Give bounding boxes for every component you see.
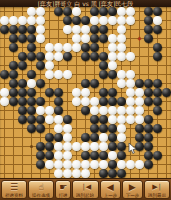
board-point[interactable] [27, 79, 36, 88]
board-point[interactable] [9, 79, 18, 88]
board-point[interactable] [117, 106, 126, 115]
board-point[interactable] [90, 160, 99, 169]
board-point[interactable] [54, 160, 63, 169]
board-point[interactable] [153, 169, 162, 178]
board-point[interactable] [162, 61, 171, 70]
board-point[interactable] [0, 106, 9, 115]
board-point[interactable] [81, 43, 90, 52]
board-point[interactable] [9, 34, 18, 43]
board-point[interactable] [45, 70, 54, 79]
board-point[interactable] [54, 151, 63, 160]
board-point[interactable] [0, 43, 9, 52]
board-point[interactable] [72, 142, 81, 151]
board-point[interactable] [108, 52, 117, 61]
board-point[interactable] [54, 88, 63, 97]
board-point[interactable] [72, 79, 81, 88]
board-point[interactable] [72, 34, 81, 43]
board-point[interactable] [108, 25, 117, 34]
board-point[interactable] [135, 133, 144, 142]
board-point[interactable] [0, 169, 9, 178]
board-point[interactable] [99, 124, 108, 133]
board-point[interactable] [99, 43, 108, 52]
board-point[interactable] [45, 124, 54, 133]
board-point[interactable] [72, 16, 81, 25]
board-point[interactable] [54, 43, 63, 52]
board-point[interactable] [144, 151, 153, 160]
board-point[interactable] [27, 106, 36, 115]
board-point[interactable] [153, 142, 162, 151]
board-point[interactable] [54, 25, 63, 34]
toolbar-button-skip-to-end[interactable]: ▶❘跳到最后 [144, 180, 170, 199]
board-point[interactable] [162, 7, 171, 16]
board-point[interactable] [0, 7, 9, 16]
board-point[interactable] [36, 160, 45, 169]
board-point[interactable] [36, 25, 45, 34]
board-point[interactable] [153, 79, 162, 88]
board-point[interactable] [99, 160, 108, 169]
board-point[interactable] [81, 61, 90, 70]
board-point[interactable] [135, 97, 144, 106]
board-point[interactable] [99, 52, 108, 61]
board-point[interactable] [135, 25, 144, 34]
board-point[interactable] [153, 52, 162, 61]
board-point[interactable] [72, 160, 81, 169]
board-point[interactable] [9, 169, 18, 178]
board-point[interactable] [45, 97, 54, 106]
board-point[interactable] [0, 124, 9, 133]
board-point[interactable] [153, 160, 162, 169]
board-point[interactable] [99, 97, 108, 106]
board-point[interactable] [162, 70, 171, 79]
board-point[interactable] [144, 70, 153, 79]
board-point[interactable] [153, 151, 162, 160]
board-point[interactable] [18, 169, 27, 178]
board-point[interactable] [144, 79, 153, 88]
board-point[interactable] [45, 133, 54, 142]
board-point[interactable] [18, 88, 27, 97]
board-point[interactable] [90, 124, 99, 133]
board-point[interactable] [81, 169, 90, 178]
board-point[interactable] [45, 79, 54, 88]
board-point[interactable] [63, 142, 72, 151]
board-point[interactable] [0, 34, 9, 43]
board-point[interactable] [135, 52, 144, 61]
board-point[interactable] [81, 7, 90, 16]
board-point[interactable] [162, 124, 171, 133]
board-point[interactable] [72, 25, 81, 34]
board-point[interactable] [63, 43, 72, 52]
board-point[interactable] [72, 169, 81, 178]
board-point[interactable] [81, 115, 90, 124]
board-point[interactable] [135, 16, 144, 25]
board-point[interactable] [36, 133, 45, 142]
board-point[interactable] [0, 70, 9, 79]
board-point[interactable] [54, 16, 63, 25]
board-point[interactable] [117, 34, 126, 43]
board-point[interactable] [63, 115, 72, 124]
board-point[interactable] [54, 133, 63, 142]
board-point[interactable] [117, 61, 126, 70]
board-point[interactable] [90, 142, 99, 151]
board-point[interactable] [135, 124, 144, 133]
board-point[interactable] [90, 61, 99, 70]
board-point[interactable] [18, 7, 27, 16]
board-point[interactable] [18, 25, 27, 34]
board-point[interactable] [90, 169, 99, 178]
board-point[interactable] [18, 133, 27, 142]
board-point[interactable] [126, 88, 135, 97]
board-point[interactable] [162, 115, 171, 124]
board-point[interactable] [81, 106, 90, 115]
board-point[interactable] [36, 169, 45, 178]
board-point[interactable] [63, 70, 72, 79]
board-point[interactable] [117, 160, 126, 169]
board-point[interactable] [144, 169, 153, 178]
board-point[interactable] [162, 88, 171, 97]
board-point[interactable] [144, 43, 153, 52]
board-point[interactable] [135, 115, 144, 124]
board-point[interactable] [0, 97, 9, 106]
board-point[interactable] [45, 106, 54, 115]
board-point[interactable] [99, 151, 108, 160]
board-point[interactable] [90, 70, 99, 79]
board-point[interactable] [144, 7, 153, 16]
board-point[interactable] [63, 88, 72, 97]
board-point[interactable] [126, 52, 135, 61]
board-point[interactable] [63, 97, 72, 106]
board-point[interactable] [126, 16, 135, 25]
board-point[interactable] [0, 133, 9, 142]
board-point[interactable] [36, 97, 45, 106]
board-point[interactable] [45, 52, 54, 61]
board-point[interactable] [162, 160, 171, 169]
board-point[interactable] [0, 79, 9, 88]
board-point[interactable] [72, 43, 81, 52]
board-point[interactable] [153, 61, 162, 70]
board-point[interactable] [144, 34, 153, 43]
board-point[interactable] [27, 7, 36, 16]
board-point[interactable] [63, 34, 72, 43]
board-point[interactable] [108, 97, 117, 106]
board-point[interactable] [18, 52, 27, 61]
board-point[interactable] [36, 79, 45, 88]
board-point[interactable] [162, 43, 171, 52]
board-point[interactable] [126, 7, 135, 16]
board-point[interactable] [135, 169, 144, 178]
board-point[interactable] [126, 43, 135, 52]
board-point[interactable] [36, 70, 45, 79]
board-point[interactable] [63, 124, 72, 133]
board-point[interactable] [9, 142, 18, 151]
board-point[interactable] [99, 142, 108, 151]
board-point[interactable] [63, 106, 72, 115]
board-point[interactable] [9, 160, 18, 169]
board-point[interactable] [36, 142, 45, 151]
board-point[interactable] [153, 88, 162, 97]
board-point[interactable] [135, 79, 144, 88]
board-point[interactable] [162, 133, 171, 142]
board-point[interactable] [36, 106, 45, 115]
board-point[interactable] [9, 61, 18, 70]
board-point[interactable] [9, 151, 18, 160]
board-point[interactable] [0, 160, 9, 169]
board-point[interactable] [90, 115, 99, 124]
board-point[interactable] [153, 16, 162, 25]
board-point[interactable] [0, 25, 9, 34]
board-point[interactable] [81, 70, 90, 79]
board-point[interactable] [81, 97, 90, 106]
board-point[interactable] [27, 160, 36, 169]
board-point[interactable] [72, 7, 81, 16]
board-point[interactable] [45, 34, 54, 43]
board-point[interactable] [108, 151, 117, 160]
board-point[interactable] [18, 16, 27, 25]
board-point[interactable] [90, 79, 99, 88]
board-point[interactable] [81, 79, 90, 88]
board-point[interactable] [90, 133, 99, 142]
board-point[interactable] [135, 43, 144, 52]
board-point[interactable] [99, 70, 108, 79]
board-point[interactable] [9, 88, 18, 97]
board-point[interactable] [162, 16, 171, 25]
board-point[interactable] [9, 115, 18, 124]
board-point[interactable] [153, 70, 162, 79]
board-point[interactable] [18, 43, 27, 52]
board-point[interactable] [9, 70, 18, 79]
board-point[interactable] [162, 25, 171, 34]
board-point[interactable] [36, 16, 45, 25]
board-point[interactable] [27, 43, 36, 52]
board-point[interactable] [54, 115, 63, 124]
board-point[interactable] [108, 133, 117, 142]
board-point[interactable] [9, 106, 18, 115]
board-point[interactable] [126, 106, 135, 115]
board-point[interactable] [99, 115, 108, 124]
board-point[interactable] [81, 124, 90, 133]
board-point[interactable] [90, 97, 99, 106]
board-point[interactable] [90, 7, 99, 16]
board-point[interactable] [126, 97, 135, 106]
board-point[interactable] [117, 70, 126, 79]
board-point[interactable] [162, 151, 171, 160]
board-point[interactable] [27, 61, 36, 70]
toolbar-button-hand-point[interactable]: ☝操作选项 [28, 180, 54, 199]
board-point[interactable] [99, 79, 108, 88]
board-point[interactable] [144, 25, 153, 34]
board-point[interactable] [144, 142, 153, 151]
board-point[interactable] [153, 25, 162, 34]
board-point[interactable] [144, 115, 153, 124]
board-point[interactable] [135, 160, 144, 169]
board-point[interactable] [99, 133, 108, 142]
board-point[interactable] [117, 79, 126, 88]
board-point[interactable] [153, 133, 162, 142]
board-point[interactable] [81, 151, 90, 160]
board-point[interactable] [36, 61, 45, 70]
board-point[interactable] [126, 61, 135, 70]
board-point[interactable] [0, 151, 9, 160]
board-point[interactable] [72, 115, 81, 124]
board-point[interactable] [153, 124, 162, 133]
board-point[interactable] [0, 52, 9, 61]
board-point[interactable] [18, 79, 27, 88]
board-point[interactable] [27, 133, 36, 142]
board-point[interactable] [108, 61, 117, 70]
board-point[interactable] [27, 142, 36, 151]
board-point[interactable] [27, 34, 36, 43]
board-point[interactable] [18, 61, 27, 70]
board-point[interactable] [45, 16, 54, 25]
board-point[interactable] [72, 97, 81, 106]
board-point[interactable] [63, 79, 72, 88]
board-point[interactable] [117, 115, 126, 124]
board-point[interactable] [54, 34, 63, 43]
board-point[interactable] [144, 88, 153, 97]
board-point[interactable] [162, 79, 171, 88]
board-point[interactable] [144, 52, 153, 61]
board-point[interactable] [45, 169, 54, 178]
board-point[interactable] [72, 133, 81, 142]
board-point[interactable] [117, 133, 126, 142]
board-point[interactable] [108, 169, 117, 178]
board-point[interactable] [99, 34, 108, 43]
board-point[interactable] [36, 43, 45, 52]
board-point[interactable] [72, 88, 81, 97]
board-point[interactable] [81, 133, 90, 142]
board-point[interactable] [72, 124, 81, 133]
board-point[interactable] [81, 142, 90, 151]
board-point[interactable] [90, 34, 99, 43]
board-point[interactable] [63, 7, 72, 16]
board-point[interactable] [90, 106, 99, 115]
board-point[interactable] [63, 16, 72, 25]
toolbar-button-menu[interactable]: ☰棋谱资料 [1, 180, 27, 199]
board-point[interactable] [90, 25, 99, 34]
board-point[interactable] [27, 16, 36, 25]
board-point[interactable] [0, 115, 9, 124]
board-point[interactable] [153, 115, 162, 124]
board-point[interactable] [99, 88, 108, 97]
board-point[interactable] [45, 7, 54, 16]
board-point[interactable] [108, 124, 117, 133]
board-point[interactable] [135, 106, 144, 115]
board-point[interactable] [126, 160, 135, 169]
board-point[interactable] [54, 70, 63, 79]
board-point[interactable] [81, 25, 90, 34]
board-point[interactable] [9, 52, 18, 61]
board-point[interactable] [9, 124, 18, 133]
board-point[interactable] [27, 88, 36, 97]
board-point[interactable] [108, 106, 117, 115]
board-point[interactable] [126, 169, 135, 178]
board-point[interactable] [9, 25, 18, 34]
board-point[interactable] [36, 52, 45, 61]
board-point[interactable] [81, 16, 90, 25]
board-point[interactable] [63, 151, 72, 160]
toolbar-button-step-back[interactable]: ◀上一步 [100, 180, 121, 199]
board-point[interactable] [72, 61, 81, 70]
board-point[interactable] [144, 124, 153, 133]
board-point[interactable] [27, 115, 36, 124]
board-point[interactable] [99, 61, 108, 70]
board-point[interactable] [135, 70, 144, 79]
board-point[interactable] [18, 151, 27, 160]
board-point[interactable] [90, 52, 99, 61]
toolbar-button-step-forward[interactable]: ▶下一步 [122, 180, 143, 199]
board-point[interactable] [81, 52, 90, 61]
board-point[interactable] [0, 61, 9, 70]
board-point[interactable] [72, 106, 81, 115]
board-point[interactable] [18, 70, 27, 79]
board-point[interactable] [117, 52, 126, 61]
board-point[interactable] [0, 142, 9, 151]
board-point[interactable] [117, 25, 126, 34]
board-point[interactable] [153, 97, 162, 106]
board-point[interactable] [45, 151, 54, 160]
board-point[interactable] [18, 115, 27, 124]
board-point[interactable] [162, 106, 171, 115]
board-point[interactable] [9, 133, 18, 142]
board-point[interactable] [99, 25, 108, 34]
board-point[interactable] [99, 106, 108, 115]
board-point[interactable] [0, 88, 9, 97]
board-point[interactable] [27, 52, 36, 61]
board-point[interactable] [18, 106, 27, 115]
board-point[interactable] [126, 79, 135, 88]
board-point[interactable] [144, 16, 153, 25]
board-point[interactable] [54, 97, 63, 106]
board-point[interactable] [45, 160, 54, 169]
board-point[interactable] [108, 70, 117, 79]
board-point[interactable] [27, 124, 36, 133]
board-point[interactable] [36, 115, 45, 124]
board-point[interactable] [135, 88, 144, 97]
board-point[interactable] [108, 88, 117, 97]
board-point[interactable] [99, 16, 108, 25]
board-point[interactable] [63, 52, 72, 61]
board-point[interactable] [27, 97, 36, 106]
board-point[interactable] [108, 34, 117, 43]
board-point[interactable] [36, 88, 45, 97]
board-point[interactable] [99, 7, 108, 16]
board-point[interactable] [126, 70, 135, 79]
board-point[interactable] [0, 16, 9, 25]
board-point[interactable] [90, 43, 99, 52]
board-point[interactable] [36, 7, 45, 16]
board-point[interactable] [9, 16, 18, 25]
board-point[interactable] [18, 124, 27, 133]
board-point[interactable] [63, 61, 72, 70]
board-point[interactable] [45, 43, 54, 52]
board-point[interactable] [63, 169, 72, 178]
board-point[interactable] [117, 142, 126, 151]
board-point[interactable] [54, 169, 63, 178]
board-point[interactable] [153, 106, 162, 115]
board-point[interactable] [126, 25, 135, 34]
board-point[interactable] [27, 70, 36, 79]
board-point[interactable] [45, 61, 54, 70]
board-point[interactable] [63, 25, 72, 34]
board-point[interactable] [36, 124, 45, 133]
board-point[interactable] [54, 124, 63, 133]
go-board[interactable]: + [0, 7, 171, 178]
board-point[interactable] [9, 43, 18, 52]
board-point[interactable] [162, 169, 171, 178]
board-point[interactable] [54, 106, 63, 115]
board-point[interactable] [81, 88, 90, 97]
board-point[interactable] [9, 7, 18, 16]
board-point[interactable] [117, 16, 126, 25]
